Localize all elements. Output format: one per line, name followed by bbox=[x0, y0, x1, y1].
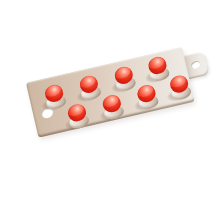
adapter-panel bbox=[26, 42, 216, 138]
photo-canvas bbox=[0, 0, 220, 198]
